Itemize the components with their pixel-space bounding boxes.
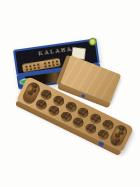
- stone: [56, 99, 61, 104]
- product-photo-scene: KALAHA: [0, 0, 140, 187]
- stone: [44, 93, 49, 98]
- stone: [88, 127, 93, 132]
- board-blue-stamp-icon: [98, 141, 104, 147]
- brand-logo-icon: [88, 37, 97, 46]
- stone: [76, 121, 81, 126]
- stone: [81, 111, 86, 116]
- stone: [101, 133, 106, 138]
- stone: [64, 115, 69, 120]
- stone: [106, 123, 111, 128]
- stone: [69, 105, 74, 110]
- stone: [39, 103, 44, 108]
- stone: [52, 109, 57, 114]
- lid-blue-stamp-icon: [81, 94, 86, 98]
- stone: [93, 117, 98, 122]
